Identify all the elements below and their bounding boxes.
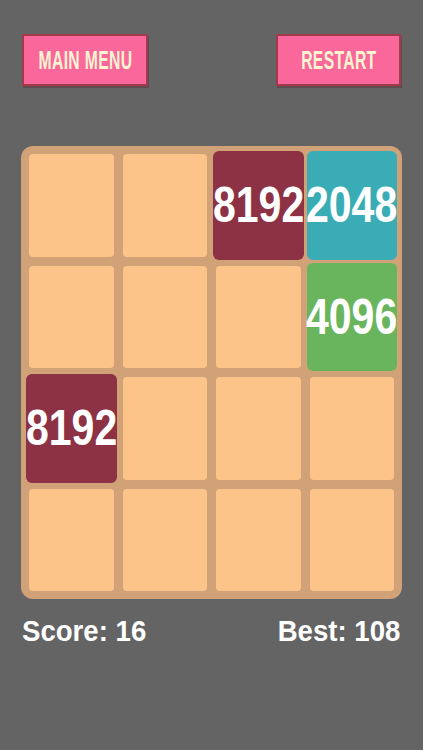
main-menu-button-label: MAIN MENU — [38, 46, 132, 75]
tile-value: 4096 — [306, 292, 397, 342]
tile-value: 2048 — [306, 180, 397, 230]
board-cell: 8192 — [216, 154, 301, 257]
board-cell — [123, 377, 208, 480]
board-cell: 4096 — [310, 266, 395, 369]
board-cell: 2048 — [310, 154, 395, 257]
board-cell — [216, 266, 301, 369]
tile-8192: 8192 — [213, 151, 304, 260]
board-cell: 8192 — [29, 377, 114, 480]
screen: MAIN MENU RESTART 8192204840968192 Score… — [0, 0, 423, 750]
tile-8192: 8192 — [26, 374, 117, 483]
board-cell — [29, 154, 114, 257]
tile-value: 8192 — [213, 180, 304, 230]
score-text: Score: 16 — [22, 615, 146, 647]
restart-button-label: RESTART — [301, 46, 376, 75]
tile-4096: 4096 — [307, 263, 398, 372]
board-cell — [29, 266, 114, 369]
tile-2048: 2048 — [307, 151, 398, 260]
best-text: Best: 108 — [277, 615, 400, 647]
board-cell — [29, 489, 114, 592]
board-cell — [123, 266, 208, 369]
board-grid[interactable]: 8192204840968192 — [21, 146, 402, 599]
board-cell — [310, 489, 395, 592]
board-cell — [310, 377, 395, 480]
board-cell — [123, 489, 208, 592]
main-menu-button[interactable]: MAIN MENU — [22, 34, 148, 86]
board-cell — [216, 489, 301, 592]
board-cell — [123, 154, 208, 257]
restart-button[interactable]: RESTART — [276, 34, 401, 86]
tile-value: 8192 — [26, 403, 117, 453]
board-cell — [216, 377, 301, 480]
